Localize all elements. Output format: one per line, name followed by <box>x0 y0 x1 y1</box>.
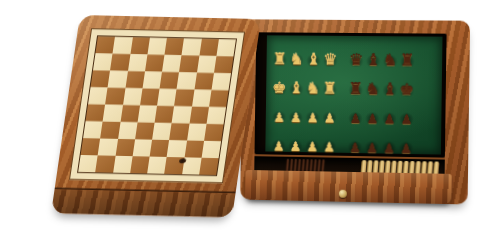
board-square <box>199 158 219 175</box>
box-side-edge <box>51 187 236 217</box>
white-p-piece: ♟ <box>324 112 336 125</box>
tray-slot: ♝ <box>365 38 382 67</box>
tray-slot: ♚ <box>398 67 416 96</box>
tray-slot: ♞ <box>382 38 399 67</box>
tray-slot: ♚ <box>271 66 288 95</box>
black-b-piece: ♝ <box>383 81 398 97</box>
tray-slot: ♜ <box>347 67 364 96</box>
tray-slot: ♟ <box>381 96 398 125</box>
tray-slot: ♟ <box>398 96 416 125</box>
tray-slot: ♟ <box>321 95 338 124</box>
tray-slot: ♜ <box>321 66 338 95</box>
board-square <box>214 56 234 73</box>
tray-slot: ♟ <box>287 123 304 152</box>
black-q-piece: ♛ <box>349 52 364 68</box>
tray-slot: ♞ <box>364 67 381 96</box>
tray-slot: ♟ <box>364 96 381 125</box>
tray-slot: ♞ <box>305 66 322 95</box>
tray-row: ♜♞♝♛♛♝♞♜ <box>268 37 440 67</box>
brass-knob <box>339 190 347 198</box>
black-r-piece: ♜ <box>349 80 364 96</box>
white-p-piece: ♟ <box>290 111 302 124</box>
tray-slot: ♟ <box>304 95 321 124</box>
black-b-piece: ♝ <box>366 52 381 68</box>
black-p-piece: ♟ <box>400 142 412 155</box>
white-n-piece: ♞ <box>306 80 320 96</box>
board-square <box>216 39 236 56</box>
piece-tray-felt: ♜♞♝♛♛♝♞♜♚♝♞♜♜♞♝♚♟♟♟♟♟♟♟♟♟♟♟♟♟♟♟♟ <box>265 35 442 154</box>
tray-slot: ♟ <box>270 123 287 152</box>
tray-slot: ♟ <box>347 95 364 124</box>
white-p-piece: ♟ <box>323 140 335 153</box>
black-p-piece: ♟ <box>349 112 361 125</box>
black-r-piece: ♜ <box>400 52 415 68</box>
board-square <box>211 73 231 90</box>
tray-row: ♚♝♞♜♜♞♝♚ <box>268 66 440 97</box>
white-r-piece: ♜ <box>273 51 287 67</box>
tray-slot: ♛ <box>322 38 339 67</box>
white-p-piece: ♟ <box>273 111 285 124</box>
chess-board <box>78 36 236 175</box>
tray-slot: ♝ <box>288 66 305 95</box>
black-k-piece: ♚ <box>400 81 415 97</box>
tray-slot: ♟ <box>346 124 363 153</box>
travel-chess-set-photo: ♜♞♝♛♛♝♞♜♚♝♞♜♜♞♝♚♟♟♟♟♟♟♟♟♟♟♟♟♟♟♟♟ <box>0 0 480 235</box>
black-p-piece: ♟ <box>383 113 395 126</box>
tray-slot: ♟ <box>271 94 288 123</box>
white-k-piece: ♚ <box>272 80 286 96</box>
black-n-piece: ♞ <box>383 52 398 68</box>
black-p-piece: ♟ <box>366 141 378 154</box>
tray-slot: ♟ <box>304 123 321 152</box>
board-square <box>201 141 221 158</box>
white-n-piece: ♞ <box>289 51 303 67</box>
tray-row: ♟♟♟♟♟♟♟♟ <box>267 123 439 155</box>
board-maple-border <box>69 28 245 183</box>
black-p-piece: ♟ <box>383 141 395 154</box>
drawer-cavity: ♜♞♝♛♛♝♞♜♚♝♞♜♜♞♝♚♟♟♟♟♟♟♟♟♟♟♟♟♟♟♟♟ <box>254 32 446 157</box>
black-p-piece: ♟ <box>401 113 413 126</box>
white-r-piece: ♜ <box>323 80 337 96</box>
tray-slot: ♞ <box>288 37 305 66</box>
tray-slot: ♟ <box>363 124 380 153</box>
white-p-piece: ♟ <box>306 140 318 153</box>
tray-slot: ♟ <box>380 125 397 154</box>
board-square <box>206 107 226 124</box>
white-b-piece: ♝ <box>306 51 320 67</box>
drawer-front-panel <box>245 170 452 204</box>
white-p-piece: ♟ <box>307 112 319 125</box>
tray-slot: ♛ <box>348 38 365 67</box>
board-lid-box <box>51 15 261 218</box>
white-b-piece: ♝ <box>289 80 303 96</box>
white-p-piece: ♟ <box>273 140 285 153</box>
black-p-piece: ♟ <box>366 112 378 125</box>
drawer-box: ♜♞♝♛♛♝♞♜♚♝♞♜♜♞♝♚♟♟♟♟♟♟♟♟♟♟♟♟♟♟♟♟ <box>240 19 470 204</box>
white-q-piece: ♛ <box>323 51 337 67</box>
board-square <box>209 90 229 107</box>
black-n-piece: ♞ <box>366 81 381 97</box>
tray-slot: ♝ <box>305 38 322 67</box>
tray-slot: ♜ <box>399 38 417 67</box>
tray-slot: ♟ <box>287 95 304 124</box>
tray-slot: ♟ <box>321 124 338 153</box>
tray-slot: ♜ <box>271 37 288 66</box>
black-p-piece: ♟ <box>349 141 361 154</box>
tray-row: ♟♟♟♟♟♟♟♟ <box>268 94 440 125</box>
tray-slot: ♝ <box>381 67 398 96</box>
board-square <box>204 124 224 141</box>
tray-slot: ♟ <box>397 125 415 154</box>
piece-tray-rows: ♜♞♝♛♛♝♞♜♚♝♞♜♜♞♝♚♟♟♟♟♟♟♟♟♟♟♟♟♟♟♟♟ <box>267 37 440 154</box>
white-p-piece: ♟ <box>290 140 302 153</box>
